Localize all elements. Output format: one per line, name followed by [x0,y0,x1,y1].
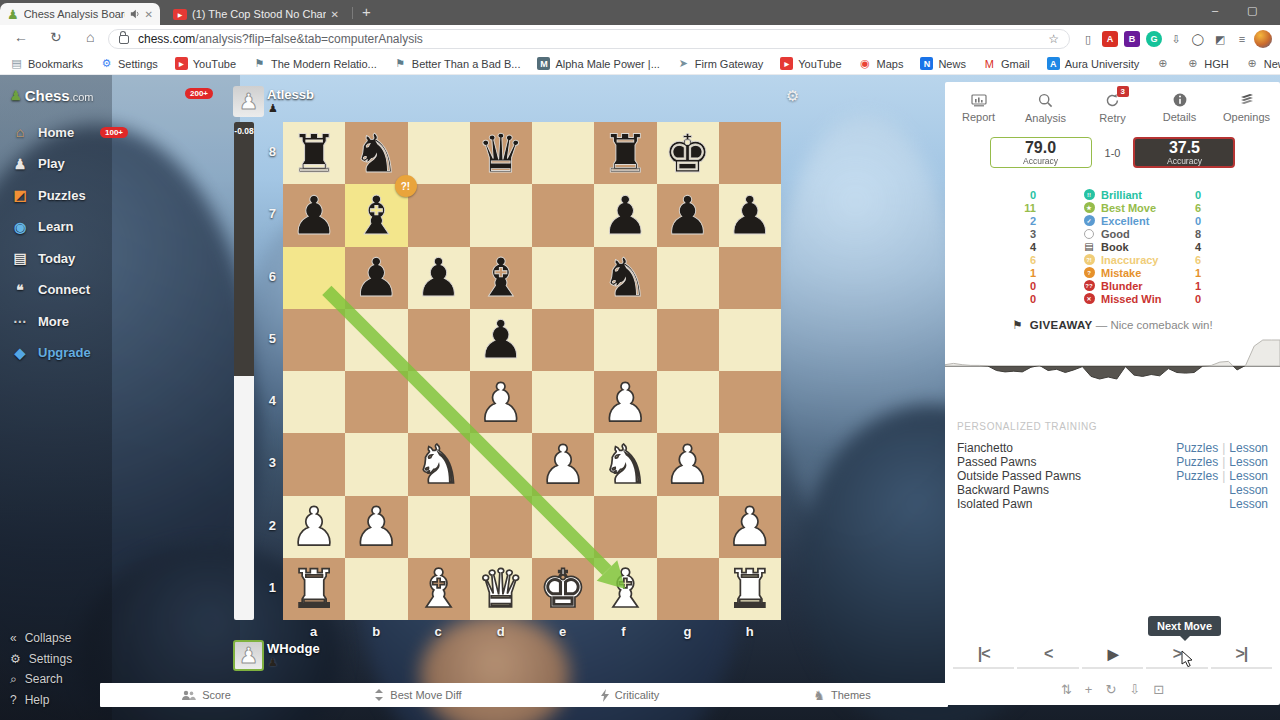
tab-retry[interactable]: 3 Retry [1079,86,1146,130]
white-rook-h1[interactable]: ♜ [726,562,774,615]
evaluation-value: -0.08 [234,126,254,136]
black-bishop-d6[interactable]: ♝ [477,251,525,304]
sidebar-footer-label: Help [25,693,50,707]
mistake-icon: ? [1083,267,1095,279]
bookmark-label: Better Than a Bad B... [412,58,521,70]
brilliant-icon: !! [1083,189,1095,201]
square-d1[interactable]: ♛ [470,558,532,620]
browser-toolbar: ← ↻ ⌂ chess.com /analysis?flip=false&tab… [0,25,1280,53]
training-row-backward-pawns: Backward PawnsLesson [957,483,1268,497]
square-g8[interactable]: ♚ [657,122,719,184]
reload-icon[interactable]: ↻ [50,29,62,45]
tab-analysis[interactable]: Analysis [1012,86,1079,130]
report-chart-icon [971,94,987,107]
bookmark-item[interactable]: ▤Bookmarks [10,57,83,70]
analysis-magnifier-icon [1038,93,1053,108]
url-path: /analysis?flip=false&tab=computerAnalysi… [195,32,422,46]
bookmark-star-icon[interactable]: ☆ [1048,32,1059,46]
youtube-icon: ▶ [175,57,188,70]
square-f8[interactable]: ♜ [594,122,656,184]
file-label-d: d [497,624,505,639]
loop-icon[interactable]: ◯ [1190,31,1206,47]
grammarly-icon[interactable]: G [1146,31,1162,47]
square-d5[interactable]: ♟ [470,309,532,371]
square-b1[interactable] [345,558,407,620]
training-label: Fianchetto [957,441,1013,455]
reload-icon[interactable]: ↻ [1105,682,1116,697]
training-links: Lesson [1229,483,1268,497]
square-d4[interactable]: ♟ [470,371,532,433]
file-label-a: a [310,624,317,639]
bookmark-item[interactable]: ⚙Settings [100,57,158,70]
white-rook-a1[interactable]: ♜ [290,562,338,615]
square-a2[interactable]: ♟ [283,496,345,558]
rank-label-5: 5 [258,331,276,346]
tab-title: Chess Analysis Board and P [24,8,125,20]
link-separator: | [1222,441,1225,455]
tab-title: (1) The Cop Stood No Chance: T [192,8,326,20]
bookmark-item[interactable]: ▶YouTube [175,57,236,70]
bottom-bar-best-move-diff[interactable]: Best Move Diff [312,683,524,707]
square-c3[interactable]: ♞ [408,433,470,495]
square-b3[interactable] [345,433,407,495]
bottom-player-pieces-icon: ♟ [268,656,278,669]
missed-win-icon: ✕ [1083,293,1095,305]
training-link-puzzles[interactable]: Puzzles [1176,469,1218,483]
training-links: Puzzles|Lesson [1176,455,1268,469]
personalized-training: PERSONALIZED TRAINING FianchettoPuzzles|… [945,421,1280,511]
link-separator: | [1222,469,1225,483]
white-pawn-d4[interactable]: ♟ [477,376,525,429]
square-f3[interactable]: ♞ [594,433,656,495]
youtube-icon: ▶ [780,57,793,70]
black-queen-d8[interactable]: ♛ [477,127,525,180]
downloads-icon[interactable]: ⇩ [1168,31,1184,47]
classification-label: Brilliant [1101,189,1142,201]
black-pawn-g7[interactable]: ♟ [664,189,712,242]
bookmark-item[interactable]: MGmail [983,57,1030,70]
square-e6[interactable] [532,247,594,309]
black-pawn-c6[interactable]: ♟ [415,251,463,304]
square-h5[interactable] [719,309,781,371]
black-accuracy-box: 37.5 Accuracy [1133,137,1235,168]
classification-row-brilliant: 0!!Brilliant0 [945,188,1280,201]
square-h6[interactable] [719,247,781,309]
square-c7[interactable] [408,184,470,246]
square-f5[interactable] [594,309,656,371]
square-b6[interactable]: ♟ [345,247,407,309]
sidebar-item-more[interactable]: ⋯More [12,313,69,329]
square-e7[interactable] [532,184,594,246]
tab-details[interactable]: Details [1146,86,1213,130]
bitmoji-icon[interactable]: B [1124,31,1140,47]
new-tab-button[interactable]: + [362,3,371,20]
black-knight-b8[interactable]: ♞ [353,127,401,180]
address-bar[interactable]: chess.com /analysis?flip=false&tab=compu… [108,29,1070,49]
black-rook-f8[interactable]: ♜ [602,127,650,180]
training-link-lesson[interactable]: Lesson [1229,469,1268,483]
move-classification-table: 0!!Brilliant011★Best Move62✓Excellent03G… [945,188,1280,305]
bookmark-label: Alpha Male Power |... [555,58,659,70]
learn-icon: ◉ [12,219,28,235]
black-rook-a8[interactable]: ♜ [290,127,338,180]
link-separator: | [1222,455,1225,469]
maps-pin-icon: ◉ [859,57,872,70]
tab-report[interactable]: Report [945,86,1012,130]
file-label-e: e [559,624,566,639]
evaluation-bar-black [234,122,254,376]
square-h3[interactable] [719,433,781,495]
evaluation-graph[interactable] [945,337,1280,390]
bottom-bar-label: Score [202,689,231,701]
flip-board-icon[interactable]: ⇅ [1061,682,1072,697]
black-pawn-b6[interactable]: ♟ [353,251,401,304]
square-c2[interactable] [408,496,470,558]
square-d6[interactable]: ♝ [470,247,532,309]
black-bishop-b7[interactable]: ♝ [353,189,401,242]
square-d3[interactable] [470,433,532,495]
square-d2[interactable] [470,496,532,558]
training-link-lesson[interactable]: Lesson [1229,455,1268,469]
black-pawn-d5[interactable]: ♟ [477,313,525,366]
sidebar-item-label: Connect [38,282,90,297]
file-label-c: c [435,624,442,639]
square-e4[interactable] [532,371,594,433]
bookmark-label: YouTube [798,58,841,70]
browser-profile-avatar[interactable] [1254,30,1272,48]
square-b5[interactable] [345,309,407,371]
square-f1[interactable]: ♝ [594,558,656,620]
black-count: 6 [1195,202,1201,214]
white-count: 6 [945,254,1036,266]
bookmark-label: Gmail [1001,58,1030,70]
window-minimize-button[interactable]: – [1212,4,1218,16]
square-c6[interactable]: ♟ [408,247,470,309]
rank-label-6: 6 [258,269,276,284]
square-d7[interactable] [470,184,532,246]
file-label-g: g [684,624,692,639]
top-player-name[interactable]: Atlessb [267,87,314,102]
classification-label: Mistake [1101,267,1141,279]
bookmark-label: HGH [1204,58,1228,70]
themes-knight-icon: ♞ [813,688,825,703]
square-h8[interactable] [719,122,781,184]
extension-puzzle-icon[interactable]: ◩ [1212,31,1228,47]
square-g3[interactable]: ♟ [657,433,719,495]
avatar-top-player[interactable]: ♟ [233,86,264,117]
black-count: 1 [1195,280,1201,292]
bottom-bar-themes[interactable]: ♞Themes [736,683,948,707]
tab-openings[interactable]: Openings [1213,86,1280,130]
add-icon[interactable]: + [1085,682,1093,697]
news-icon: N [920,57,933,70]
bookmark-label: Aura University [1065,58,1140,70]
bookmark-label: YouTube [193,58,236,70]
bookmark-item[interactable]: ⊕HGH [1186,57,1228,70]
square-f2[interactable] [594,496,656,558]
tab-audio-icon[interactable] [130,9,140,19]
retry-count-badge: 3 [1117,86,1129,97]
white-count: 2 [945,215,1036,227]
play-pawn-icon: ♟ [12,156,28,172]
square-c8[interactable] [408,122,470,184]
screen: ♟ Chess Analysis Board and P ✕ ▶ (1) The… [0,0,1280,720]
square-c4[interactable] [408,371,470,433]
square-a1[interactable]: ♜ [283,558,345,620]
first-move-button[interactable]: |< [953,641,1014,669]
square-b8[interactable]: ♞ [345,122,407,184]
white-knight-f3[interactable]: ♞ [602,438,650,491]
sidebar-item-connect[interactable]: ❝Connect [12,282,90,298]
square-h4[interactable] [719,371,781,433]
score-people-icon [181,690,196,701]
connect-icon: ❝ [12,282,28,298]
sidebar-item-label: Today [38,251,75,266]
white-bishop-c1[interactable]: ♝ [415,562,463,615]
bookmark-item[interactable]: ⊕ [1156,57,1169,70]
white-pawn-h2[interactable]: ♟ [726,500,774,553]
bookmarks-bar: ▤Bookmarks⚙Settings▶YouTube⚑The Modern R… [0,53,1280,75]
training-link-lesson[interactable]: Lesson [1229,483,1268,497]
training-header: PERSONALIZED TRAINING [957,421,1268,432]
square-g4[interactable] [657,371,719,433]
white-queen-d1[interactable]: ♛ [477,562,525,615]
next-move-tooltip: Next Move [1148,616,1221,636]
rank-label-2: 2 [258,518,276,533]
sidebar-item-label: More [38,314,69,329]
back-icon[interactable]: ← [14,29,28,45]
square-g7[interactable]: ♟ [657,184,719,246]
square-a8[interactable]: ♜ [283,122,345,184]
home-icon[interactable]: ⌂ [86,29,94,45]
tab-close-icon[interactable]: ✕ [145,9,153,20]
bookmark-item[interactable]: ➤Firm Gateway [677,57,763,70]
bookmark-label: The Modern Relatio... [271,58,377,70]
good-icon [1083,228,1095,240]
sidebar-item-play[interactable]: ♟Play [12,156,65,172]
square-h7[interactable]: ♟ [719,184,781,246]
white-pawn-e3[interactable]: ♟ [539,438,587,491]
rank-label-1: 1 [258,580,276,595]
bookmark-label: Bookmarks [28,58,83,70]
bookmark-item[interactable]: NNews [920,57,966,70]
square-c5[interactable] [408,309,470,371]
training-links: Puzzles|Lesson [1176,469,1268,483]
inaccuracy-icon: ?! [1083,254,1095,266]
classification-row-inaccuracy: 6?!Inaccuracy6 [945,253,1280,266]
help-icon: ? [10,693,17,707]
bookmark-item[interactable]: MAlpha Male Power |... [537,57,659,70]
play-button[interactable]: ▶ [1082,641,1143,669]
training-label: Backward Pawns [957,483,1049,497]
bookmark-label: Settings [118,58,158,70]
sidebar-item-home[interactable]: ⌂Home100+ [12,124,74,140]
sidebar-footer-help[interactable]: ?Help [10,693,49,707]
board-settings-gear-icon[interactable]: ⚙ [786,87,799,105]
square-a3[interactable] [283,433,345,495]
browser-tab-chess[interactable]: ♟ Chess Analysis Board and P ✕ [0,3,160,25]
black-count: 6 [1195,254,1201,266]
tab-close-icon[interactable]: ✕ [331,9,339,20]
classification-row-mistake: 1?Mistake1 [945,266,1280,279]
computer-icon[interactable]: ⊡ [1153,682,1164,697]
bookmark-label: Maps [877,58,904,70]
chesscom-favicon: ♟ [7,8,19,21]
adobe-acrobat-icon[interactable]: A [1102,31,1118,47]
globe-icon: ⊕ [1246,57,1259,70]
white-pawn-a2[interactable]: ♟ [290,500,338,553]
square-b2[interactable]: ♟ [345,496,407,558]
sidebar-footer-settings[interactable]: ⚙Settings [10,652,72,666]
sidebar-item-label: Upgrade [38,345,91,360]
classification-row-excellent: 2✓Excellent0 [945,214,1280,227]
top-player-pieces-icon: ♟ [268,102,278,115]
training-label: Isolated Pawn [957,497,1032,511]
bottom-bar-criticality[interactable]: Criticality [524,683,736,707]
square-a5[interactable] [283,309,345,371]
bookmark-item[interactable]: AAura University [1047,57,1140,70]
black-pawn-h7[interactable]: ♟ [726,189,774,242]
flag-icon: ⚑ [394,57,407,70]
bottom-bar-label: Best Move Diff [390,689,461,701]
sidebar-item-today[interactable]: ▤Today [12,250,75,266]
square-f4[interactable]: ♟ [594,371,656,433]
black-pawn-a7[interactable]: ♟ [290,189,338,242]
black-pawn-f7[interactable]: ♟ [602,189,650,242]
white-count: 0 [945,293,1036,305]
training-link-lesson[interactable]: Lesson [1229,497,1268,511]
square-g1[interactable] [657,558,719,620]
download-icon[interactable]: ⇩ [1129,682,1140,697]
square-b4[interactable] [345,371,407,433]
square-e2[interactable] [532,496,594,558]
classification-label: Best Move [1101,202,1156,214]
square-a7[interactable]: ♟ [283,184,345,246]
square-a4[interactable] [283,371,345,433]
sidebar-item-upgrade[interactable]: ◆Upgrade [12,345,91,361]
bottom-bar-score[interactable]: Score [100,683,312,707]
classification-label: Inaccuracy [1101,254,1158,266]
next-move-button[interactable]: > [1146,641,1207,669]
file-label-b: b [372,624,380,639]
browser-tab-youtube[interactable]: ▶ (1) The Cop Stood No Chance: T ✕ [166,3,346,25]
classification-label: Good [1101,228,1130,240]
square-f6[interactable]: ♞ [594,247,656,309]
youtube-favicon: ▶ [173,9,187,20]
giveaway-icon: ⚑ [1012,319,1022,331]
giveaway-banner: ⚑ GIVEAWAY — Nice comeback win! [945,318,1280,332]
bookmark-item[interactable]: ⚑The Modern Relatio... [253,57,377,70]
square-g2[interactable] [657,496,719,558]
reading-list-icon[interactable]: ≡ [1234,31,1250,47]
training-links: Puzzles|Lesson [1176,441,1268,455]
white-count: 4 [945,241,1036,253]
black-count: 0 [1195,215,1201,227]
square-h1[interactable]: ♜ [719,558,781,620]
black-king-g8[interactable]: ♚ [664,127,712,180]
square-f7[interactable]: ♟ [594,184,656,246]
training-link-puzzles[interactable]: Puzzles [1176,455,1218,469]
white-pawn-b2[interactable]: ♟ [353,500,401,553]
classification-row-blunder: 0??Blunder1 [945,279,1280,292]
white-pawn-f4[interactable]: ♟ [602,376,650,429]
square-h2[interactable]: ♟ [719,496,781,558]
square-a6[interactable] [283,247,345,309]
sidebar-footer-collapse[interactable]: «Collapse [10,631,71,645]
square-c1[interactable]: ♝ [408,558,470,620]
square-e1[interactable]: ♚ [532,558,594,620]
criticality-lightning-icon [601,689,609,702]
home-icon: ⌂ [12,124,28,140]
last-move-button[interactable]: >| [1211,641,1272,669]
rank-label-3: 3 [258,455,276,470]
alerts-badge[interactable]: 200+ [185,88,213,99]
white-king-e1[interactable]: ♚ [539,562,587,615]
white-count: 11 [945,202,1036,214]
sidebar-item-learn[interactable]: ◉Learn [12,219,73,235]
classification-row-good: 3Good8 [945,227,1280,240]
notification-badge: 100+ [100,127,128,138]
classification-row-missed-win: 0✕Missed Win0 [945,292,1280,305]
book-icon: ▤ [1083,241,1095,253]
white-pawn-g3[interactable]: ♟ [664,438,712,491]
classification-label: Missed Win [1101,293,1161,305]
bookmark-item[interactable]: ▶YouTube [780,57,841,70]
rank-label-7: 7 [258,206,276,221]
window-restore-button[interactable]: ▢ [1247,4,1257,17]
square-e8[interactable] [532,122,594,184]
details-info-icon [1173,93,1187,107]
phone-icon[interactable]: ▯ [1080,31,1096,47]
square-e3[interactable]: ♟ [532,433,594,495]
search-icon: ⌕ [10,672,17,686]
folder-icon: ▤ [10,57,23,70]
bookmark-item[interactable]: ◉Maps [859,57,904,70]
square-e5[interactable] [532,309,594,371]
black-knight-f6[interactable]: ♞ [602,251,650,304]
gmail-icon: M [983,57,996,70]
bookmark-item[interactable]: ⊕New Tab [1246,57,1280,70]
chess-board: ♜♞♛♜♚♟♝♟♟♟♟♟♝♞♟♟♟♞♟♞♟♟♟♟♜♝♛♚♝♜ [283,122,781,620]
flag-icon: ⚑ [253,57,266,70]
black-count: 8 [1195,228,1201,240]
prev-move-button[interactable]: < [1017,641,1078,669]
training-row-fianchetto: FianchettoPuzzles|Lesson [957,441,1268,455]
tab-divider [352,7,353,19]
training-link-puzzles[interactable]: Puzzles [1176,441,1218,455]
bookmark-item[interactable]: ⚑Better Than a Bad B... [394,57,521,70]
chesscom-logo[interactable]: ♟ Chess.com [10,87,94,104]
square-d8[interactable]: ♛ [470,122,532,184]
chesscom-page: ♟ Chess.com 200+ ⌂Home100+♟Play◩Puzzles◉… [0,75,1280,720]
bottom-player-name[interactable]: WHodge [267,641,320,656]
square-g5[interactable] [657,309,719,371]
sidebar-item-puzzles[interactable]: ◩Puzzles [12,187,86,203]
sidebar-footer-search[interactable]: ⌕Search [10,672,63,686]
medium-m-icon: M [537,57,550,70]
training-row-outside-passed-pawns: Outside Passed PawnsPuzzles|Lesson [957,469,1268,483]
white-accuracy-box: 79.0 Accuracy [990,137,1092,168]
bookmark-label: New Tab [1264,58,1280,70]
black-count: 4 [1195,241,1201,253]
white-knight-c3[interactable]: ♞ [415,438,463,491]
training-link-lesson[interactable]: Lesson [1229,441,1268,455]
white-bishop-f1[interactable]: ♝ [602,562,650,615]
training-label: Outside Passed Pawns [957,469,1081,483]
avatar-bottom-player[interactable]: ♟ [233,640,264,671]
square-g6[interactable] [657,247,719,309]
move-navigation: |<<▶>>| [953,641,1272,669]
